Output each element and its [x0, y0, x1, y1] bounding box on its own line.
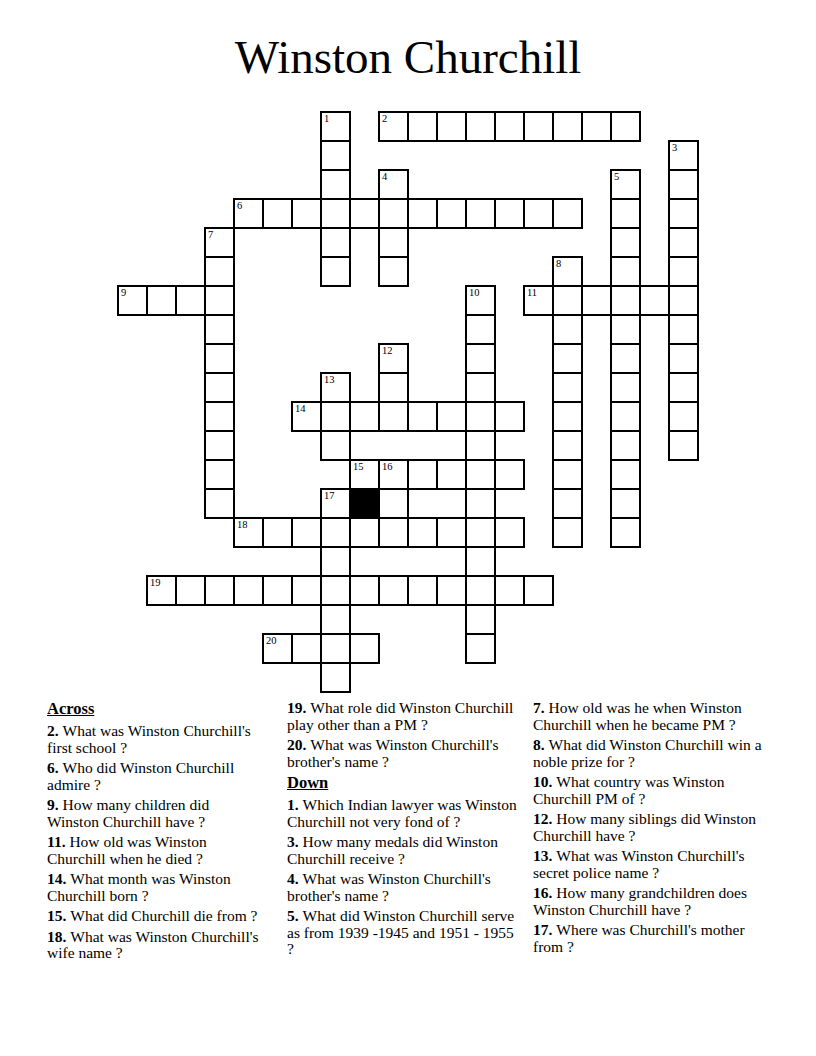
clue-7: 7. How old was he when Winston Churchill…: [533, 700, 766, 733]
cell-r10c12[interactable]: [465, 401, 496, 432]
cell-r13c3[interactable]: [204, 488, 235, 519]
cell-r8c12[interactable]: [465, 343, 496, 374]
clue-number-label: 4: [382, 171, 387, 182]
cell-r5c19[interactable]: [668, 256, 699, 287]
cell-r4c19[interactable]: [668, 227, 699, 258]
cell-r2c7[interactable]: [320, 169, 351, 200]
cell-r14c15[interactable]: [552, 517, 583, 548]
cell-r6c12[interactable]: 10: [465, 285, 496, 316]
cell-r13c12[interactable]: [465, 488, 496, 519]
cell-r11c3[interactable]: [204, 430, 235, 461]
cell-r10c11[interactable]: [436, 401, 467, 432]
cell-r18c7[interactable]: [320, 633, 351, 664]
cell-r12c11[interactable]: [436, 459, 467, 490]
cell-r11c12[interactable]: [465, 430, 496, 461]
cell-r10c19[interactable]: [668, 401, 699, 432]
cell-r6c18[interactable]: [639, 285, 670, 316]
cell-r9c19[interactable]: [668, 372, 699, 403]
cell-r12c10[interactable]: [407, 459, 438, 490]
cell-r3c12[interactable]: [465, 198, 496, 229]
cell-r16c9[interactable]: [378, 575, 409, 606]
cell-r6c1[interactable]: [146, 285, 177, 316]
clue-8: 8. What did Winston Churchill win a nobl…: [533, 737, 766, 770]
cell-r16c10[interactable]: [407, 575, 438, 606]
cell-r16c3[interactable]: [204, 575, 235, 606]
cell-r10c13[interactable]: [494, 401, 525, 432]
clue-number-label: 5: [614, 171, 619, 182]
clue-20: 20. What was Winston Churchill's brother…: [287, 737, 520, 770]
clue-number-label: 8: [556, 258, 561, 269]
clue-number-label: 18: [237, 519, 248, 530]
cell-r18c6[interactable]: [291, 633, 322, 664]
cell-r0c15[interactable]: [552, 111, 583, 142]
cell-r14c7[interactable]: [320, 517, 351, 548]
cell-r11c17[interactable]: [610, 430, 641, 461]
cell-r9c7[interactable]: 13: [320, 372, 351, 403]
cell-r16c1[interactable]: 19: [146, 575, 177, 606]
cell-r4c7[interactable]: [320, 227, 351, 258]
cell-r7c17[interactable]: [610, 314, 641, 345]
cell-r6c17[interactable]: [610, 285, 641, 316]
clue-column-3: 7. How old was he when Winston Churchill…: [533, 700, 766, 959]
cell-r9c3[interactable]: [204, 372, 235, 403]
clue-number-label: 3: [672, 142, 677, 153]
clue-number-label: 17: [324, 490, 335, 501]
cell-r3c7[interactable]: [320, 198, 351, 229]
cell-r6c3[interactable]: [204, 285, 235, 316]
clue-15: 15. What did Churchill die from ?: [47, 908, 262, 925]
cell-r14c12[interactable]: [465, 517, 496, 548]
cell-r4c17[interactable]: [610, 227, 641, 258]
cell-r3c5[interactable]: [262, 198, 293, 229]
cell-r6c0[interactable]: 9: [117, 285, 148, 316]
cell-r7c3[interactable]: [204, 314, 235, 345]
cell-r10c15[interactable]: [552, 401, 583, 432]
cell-r0c13[interactable]: [494, 111, 525, 142]
clue-number-label: 13: [324, 374, 335, 385]
cell-r10c3[interactable]: [204, 401, 235, 432]
cell-r10c8[interactable]: [349, 401, 380, 432]
cell-r14c10[interactable]: [407, 517, 438, 548]
cell-r12c12[interactable]: [465, 459, 496, 490]
clue-18: 18. What was Winston Churchill's wife na…: [47, 929, 262, 962]
cell-r11c19[interactable]: [668, 430, 699, 461]
page: Winston Churchill 1234567891011121314151…: [0, 0, 816, 1056]
cell-r3c14[interactable]: [523, 198, 554, 229]
cell-r11c7[interactable]: [320, 430, 351, 461]
cell-r6c14[interactable]: 11: [523, 285, 554, 316]
clue-column-2: 19. What role did Winston Churchill play…: [287, 700, 520, 962]
cell-r16c5[interactable]: [262, 575, 293, 606]
cell-r9c12[interactable]: [465, 372, 496, 403]
clue-1: 1. Which Indian lawyer was Winston Churc…: [287, 797, 520, 830]
cell-r10c6[interactable]: 14: [291, 401, 322, 432]
clue-number-label: 12: [382, 345, 393, 356]
cell-r1c19[interactable]: 3: [668, 140, 699, 171]
cell-r16c2[interactable]: [175, 575, 206, 606]
down-header: Down: [287, 774, 520, 791]
cell-r15c12[interactable]: [465, 546, 496, 577]
cell-r7c12[interactable]: [465, 314, 496, 345]
clue-number-label: 15: [353, 461, 364, 472]
cell-r9c9[interactable]: [378, 372, 409, 403]
cell-r14c13[interactable]: [494, 517, 525, 548]
clue-12: 12. How many siblings did Winston Church…: [533, 811, 766, 844]
cell-r3c15[interactable]: [552, 198, 583, 229]
cell-r3c10[interactable]: [407, 198, 438, 229]
black-cell: [349, 488, 380, 519]
cell-r6c15[interactable]: [552, 285, 583, 316]
clue-number-label: 16: [382, 461, 393, 472]
cell-r0c10[interactable]: [407, 111, 438, 142]
cell-r3c8[interactable]: [349, 198, 380, 229]
puzzle-title: Winston Churchill: [0, 30, 816, 84]
cell-r19c7[interactable]: [320, 662, 351, 693]
cell-r15c7[interactable]: [320, 546, 351, 577]
cell-r16c11[interactable]: [436, 575, 467, 606]
clue-column-1: Across2. What was Winston Churchill's fi…: [47, 700, 262, 966]
cell-r18c5[interactable]: 20: [262, 633, 293, 664]
cell-r14c8[interactable]: [349, 517, 380, 548]
cell-r12c13[interactable]: [494, 459, 525, 490]
clue-number-label: 10: [469, 287, 480, 298]
clue-number-label: 1: [324, 113, 329, 124]
cell-r2c19[interactable]: [668, 169, 699, 200]
cell-r0c17[interactable]: [610, 111, 641, 142]
cell-r0c12[interactable]: [465, 111, 496, 142]
clue-number-label: 7: [208, 229, 213, 240]
clue-number-label: 19: [150, 577, 161, 588]
cell-r8c9[interactable]: 12: [378, 343, 409, 374]
cell-r1c7[interactable]: [320, 140, 351, 171]
clue-9: 9. How many children did Winston Churchi…: [47, 797, 262, 830]
clue-11: 11. How old was Winston Churchill when h…: [47, 834, 262, 867]
cell-r14c4[interactable]: 18: [233, 517, 264, 548]
clue-5: 5. What did Winston Churchill serve as f…: [287, 908, 520, 958]
cell-r12c3[interactable]: [204, 459, 235, 490]
cell-r5c15[interactable]: 8: [552, 256, 583, 287]
cell-r16c14[interactable]: [523, 575, 554, 606]
cell-r5c17[interactable]: [610, 256, 641, 287]
cell-r3c4[interactable]: 6: [233, 198, 264, 229]
clue-4: 4. What was Winston Churchill's brother'…: [287, 871, 520, 904]
cell-r6c16[interactable]: [581, 285, 612, 316]
cell-r16c7[interactable]: [320, 575, 351, 606]
clue-13: 13. What was Winston Churchill's secret …: [533, 848, 766, 881]
cell-r3c19[interactable]: [668, 198, 699, 229]
cell-r16c8[interactable]: [349, 575, 380, 606]
cell-r12c9[interactable]: 16: [378, 459, 409, 490]
cell-r13c9[interactable]: [378, 488, 409, 519]
cell-r18c8[interactable]: [349, 633, 380, 664]
cell-r16c13[interactable]: [494, 575, 525, 606]
cell-r10c17[interactable]: [610, 401, 641, 432]
cell-r13c7[interactable]: 17: [320, 488, 351, 519]
cell-r9c15[interactable]: [552, 372, 583, 403]
cell-r0c9[interactable]: 2: [378, 111, 409, 142]
cell-r3c6[interactable]: [291, 198, 322, 229]
cell-r8c19[interactable]: [668, 343, 699, 374]
cell-r6c19[interactable]: [668, 285, 699, 316]
cell-r12c15[interactable]: [552, 459, 583, 490]
clue-2: 2. What was Winston Churchill's first sc…: [47, 723, 262, 756]
cell-r2c17[interactable]: 5: [610, 169, 641, 200]
cell-r10c10[interactable]: [407, 401, 438, 432]
cell-r3c9[interactable]: [378, 198, 409, 229]
clue-16: 16. How many grandchildren does Winston …: [533, 885, 766, 918]
cell-r4c9[interactable]: [378, 227, 409, 258]
clue-6: 6. Who did Winston Churchill admire ?: [47, 760, 262, 793]
cell-r2c9[interactable]: 4: [378, 169, 409, 200]
clue-17: 17. Where was Churchill's mother from ?: [533, 922, 766, 955]
cell-r3c11[interactable]: [436, 198, 467, 229]
clue-19: 19. What role did Winston Churchill play…: [287, 700, 520, 733]
clue-14: 14. What month was Winston Churchill bor…: [47, 871, 262, 904]
cell-r7c19[interactable]: [668, 314, 699, 345]
cell-r5c9[interactable]: [378, 256, 409, 287]
cell-r10c9[interactable]: [378, 401, 409, 432]
cell-r10c7[interactable]: [320, 401, 351, 432]
cell-r18c12[interactable]: [465, 633, 496, 664]
cell-r14c5[interactable]: [262, 517, 293, 548]
cell-r0c14[interactable]: [523, 111, 554, 142]
clue-number-label: 20: [266, 635, 277, 646]
clue-number-label: 2: [382, 113, 387, 124]
cell-r14c11[interactable]: [436, 517, 467, 548]
cell-r14c6[interactable]: [291, 517, 322, 548]
cell-r0c11[interactable]: [436, 111, 467, 142]
cell-r17c12[interactable]: [465, 604, 496, 635]
cell-r16c6[interactable]: [291, 575, 322, 606]
across-header: Across: [47, 700, 262, 717]
cell-r5c3[interactable]: [204, 256, 235, 287]
cell-r4c3[interactable]: 7: [204, 227, 235, 258]
cell-r8c15[interactable]: [552, 343, 583, 374]
cell-r3c17[interactable]: [610, 198, 641, 229]
cell-r3c13[interactable]: [494, 198, 525, 229]
clue-number-label: 14: [295, 403, 306, 414]
cell-r8c17[interactable]: [610, 343, 641, 374]
cell-r16c12[interactable]: [465, 575, 496, 606]
clue-10: 10. What country was Winston Churchill P…: [533, 774, 766, 807]
crossword-grid: 1234567891011121314151617181920: [117, 111, 699, 693]
cell-r11c15[interactable]: [552, 430, 583, 461]
cell-r12c8[interactable]: 15: [349, 459, 380, 490]
clue-number-label: 6: [237, 200, 242, 211]
cell-r14c17[interactable]: [610, 517, 641, 548]
cell-r16c4[interactable]: [233, 575, 264, 606]
clue-number-label: 9: [121, 287, 126, 298]
clue-number-label: 11: [527, 287, 537, 298]
cell-r5c7[interactable]: [320, 256, 351, 287]
cell-r17c7[interactable]: [320, 604, 351, 635]
cell-r6c2[interactable]: [175, 285, 206, 316]
cell-r13c17[interactable]: [610, 488, 641, 519]
cell-r14c9[interactable]: [378, 517, 409, 548]
cell-r8c3[interactable]: [204, 343, 235, 374]
cell-r13c15[interactable]: [552, 488, 583, 519]
clue-3: 3. How many medals did Winston Churchill…: [287, 834, 520, 867]
cell-r7c15[interactable]: [552, 314, 583, 345]
cell-r9c17[interactable]: [610, 372, 641, 403]
cell-r0c7[interactable]: 1: [320, 111, 351, 142]
cell-r0c16[interactable]: [581, 111, 612, 142]
cell-r12c17[interactable]: [610, 459, 641, 490]
